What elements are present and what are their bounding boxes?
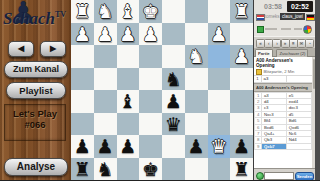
zum-kanal-button[interactable]: Zum Kanal — [4, 61, 68, 78]
square[interactable] — [230, 90, 253, 113]
caption-line2: #066 — [5, 119, 65, 130]
piece-wN[interactable]: ♞ — [94, 0, 117, 23]
prev-video-button[interactable]: ◀ — [8, 41, 34, 57]
piece-wP[interactable]: ♟ — [139, 23, 162, 46]
square[interactable]: ♟ — [162, 90, 185, 113]
square[interactable] — [94, 68, 117, 91]
white-move[interactable]: Qxb7 — [262, 143, 287, 149]
window-edge — [315, 0, 320, 180]
square[interactable]: ♚ — [139, 158, 162, 181]
square[interactable] — [208, 158, 231, 181]
square[interactable] — [71, 68, 94, 91]
square[interactable] — [208, 0, 231, 23]
square[interactable] — [230, 113, 253, 136]
square[interactable]: ♛ — [208, 135, 231, 158]
square[interactable]: ♟ — [230, 45, 253, 68]
square[interactable] — [230, 23, 253, 46]
square[interactable] — [162, 135, 185, 158]
tab-zuschauer-2-[interactable]: Zuschauer (2) — [276, 49, 308, 57]
square[interactable] — [162, 45, 185, 68]
square[interactable] — [139, 68, 162, 91]
square[interactable] — [185, 23, 208, 46]
move-row: 9Qxb7 — [255, 143, 312, 149]
chat-bar: Senden — [254, 168, 315, 180]
square[interactable]: ♟ — [94, 23, 117, 46]
schachtv-logo: ♟ SchachTV — [0, 1, 71, 37]
sidebar: ♟ SchachTV ◀ ▶ Zum Kanal Playlist Let's … — [0, 0, 71, 180]
black-player-name: claus_jowi — [280, 13, 305, 20]
send-button[interactable]: Senden — [295, 172, 314, 181]
piece-bQ[interactable]: ♛ — [162, 113, 185, 136]
white-player-flag-icon — [256, 14, 265, 21]
square[interactable] — [185, 0, 208, 23]
piece-bP[interactable]: ♟ — [71, 135, 94, 158]
caption-line1: Let's Play — [5, 108, 65, 119]
square[interactable] — [117, 68, 140, 91]
square[interactable] — [71, 90, 94, 113]
square[interactable]: ♟ — [117, 23, 140, 46]
opening-title: A00 Anderssen's Opening — [254, 57, 312, 69]
clock-row: 03:58 02:52 — [254, 1, 315, 12]
logo-tv-sup: TV — [55, 10, 66, 19]
piece-wK[interactable]: ♚ — [139, 0, 162, 23]
playlist-button[interactable]: Playlist — [6, 82, 66, 99]
move-list: 1a3e52d4exd43c3dxc34Nxc3d55Bf4Bd66Bxd6Qx… — [254, 92, 312, 151]
square[interactable] — [208, 113, 231, 136]
square[interactable]: ♞ — [94, 0, 117, 23]
square[interactable] — [71, 113, 94, 136]
square[interactable]: ♜ — [230, 0, 253, 23]
square[interactable] — [185, 158, 208, 181]
next-video-button[interactable]: ▶ — [40, 41, 66, 57]
piece-bB[interactable]: ♝ — [117, 90, 140, 113]
move-number: 9 — [255, 143, 262, 149]
analysis-icon[interactable] — [303, 25, 312, 34]
piece-wQ[interactable]: ♛ — [208, 135, 231, 158]
tab-partie[interactable]: Partie — [255, 49, 273, 57]
white-clock: 03:58 — [261, 2, 285, 11]
square[interactable] — [139, 90, 162, 113]
piece-wP[interactable]: ♟ — [208, 23, 231, 46]
square[interactable] — [139, 135, 162, 158]
piece-bN[interactable]: ♞ — [162, 68, 185, 91]
status-row — [254, 23, 315, 35]
piece-wP[interactable]: ♟ — [94, 23, 117, 46]
chat-input[interactable] — [264, 172, 294, 180]
square[interactable] — [139, 45, 162, 68]
piece-bR[interactable]: ♜ — [230, 158, 253, 181]
game-subtitle-text: Blitzpartie, 2 Min — [264, 69, 295, 74]
piece-wR[interactable]: ♜ — [230, 0, 253, 23]
piece-bP[interactable]: ♟ — [117, 135, 140, 158]
square[interactable]: ♛ — [162, 113, 185, 136]
black-clock-active: 02:52 — [287, 1, 313, 12]
first-move-number: 1 — [254, 76, 262, 82]
square[interactable] — [139, 113, 162, 136]
playchess-panel: 03:58 02:52 tomeks claus_jowi — [253, 0, 315, 180]
square[interactable] — [185, 90, 208, 113]
square[interactable]: ♜ — [71, 0, 94, 23]
square[interactable] — [117, 158, 140, 181]
square[interactable] — [162, 0, 185, 23]
square[interactable]: ♟ — [208, 23, 231, 46]
square[interactable]: ♞ — [94, 158, 117, 181]
book-icon — [256, 69, 262, 75]
square[interactable]: ♟ — [94, 135, 117, 158]
piece-wB[interactable]: ♝ — [117, 0, 140, 23]
square[interactable]: ♜ — [230, 158, 253, 181]
piece-bR[interactable]: ♜ — [71, 158, 94, 181]
square[interactable]: ♚ — [139, 0, 162, 23]
piece-bP[interactable]: ♟ — [94, 135, 117, 158]
notation-pane: A00 Anderssen's Opening Blitzpartie, 2 M… — [254, 57, 313, 168]
piece-bP[interactable]: ♟ — [185, 135, 208, 158]
toolbar-button-6[interactable]: ◔ — [305, 39, 314, 49]
square[interactable] — [185, 68, 208, 91]
square[interactable]: ♝ — [117, 0, 140, 23]
first-move-row[interactable]: 1 a3 — [254, 75, 312, 83]
piece-bN[interactable]: ♞ — [94, 158, 117, 181]
square[interactable]: ♟ — [117, 135, 140, 158]
square[interactable] — [208, 45, 231, 68]
white-player-name: tomeks — [265, 14, 280, 19]
game-info-header: 03:58 02:52 tomeks claus_jowi — [254, 0, 315, 36]
square[interactable] — [117, 45, 140, 68]
square[interactable] — [94, 113, 117, 136]
square[interactable] — [208, 68, 231, 91]
square[interactable]: ♟ — [71, 23, 94, 46]
piece-bK[interactable]: ♚ — [139, 158, 162, 181]
opening-band: A00 Anderssen's Opening — [254, 83, 312, 92]
square[interactable]: ♟ — [185, 135, 208, 158]
piece-wN[interactable]: ♞ — [185, 45, 208, 68]
connection-status-icon — [256, 172, 264, 180]
square[interactable] — [117, 113, 140, 136]
square[interactable] — [162, 158, 185, 181]
square[interactable]: ♜ — [71, 158, 94, 181]
first-move-san: a3 — [262, 76, 287, 82]
square[interactable]: ♟ — [71, 135, 94, 158]
square[interactable]: ♟ — [230, 135, 253, 158]
square[interactable] — [94, 90, 117, 113]
square[interactable] — [185, 113, 208, 136]
piece-wP[interactable]: ♟ — [230, 45, 253, 68]
piece-wR[interactable]: ♜ — [71, 0, 94, 23]
square[interactable]: ♝ — [117, 90, 140, 113]
episode-caption: Let's Play #066 — [4, 104, 66, 141]
square[interactable] — [162, 23, 185, 46]
square[interactable]: ♞ — [162, 68, 185, 91]
logo-text: SchachTV — [3, 9, 66, 29]
german-flag-icon — [306, 14, 315, 21]
square[interactable]: ♞ — [185, 45, 208, 68]
online-status-icon — [257, 26, 264, 33]
piece-bP[interactable]: ♟ — [162, 90, 185, 113]
piece-bP[interactable]: ♟ — [230, 135, 253, 158]
black-move[interactable] — [287, 143, 312, 149]
piece-wP[interactable]: ♟ — [71, 23, 94, 46]
app-window: ♟ SchachTV ◀ ▶ Zum Kanal Playlist Let's … — [0, 0, 320, 180]
square[interactable] — [71, 45, 94, 68]
square[interactable] — [230, 68, 253, 91]
square[interactable] — [208, 90, 231, 113]
player-row: tomeks claus_jowi — [254, 13, 315, 21]
square[interactable]: ♟ — [139, 23, 162, 46]
piece-wP[interactable]: ♟ — [117, 23, 140, 46]
square[interactable] — [94, 45, 117, 68]
analyse-button[interactable]: Analyse — [4, 158, 68, 176]
chess-board[interactable]: ♜♞♝♚♜♟♟♟♟♟♞♟♞♝♟♛♟♟♟♟♛♟♜♞♚♜ — [71, 0, 253, 180]
